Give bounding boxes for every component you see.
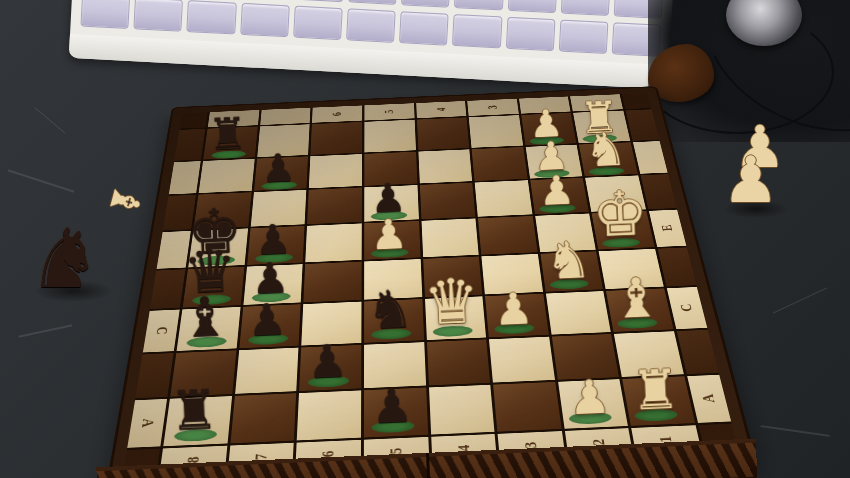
square-d6	[304, 261, 362, 302]
square-b7	[235, 347, 299, 394]
square-g8	[199, 159, 255, 194]
file-label: A	[675, 385, 744, 412]
square-f4	[420, 183, 476, 219]
square-d2	[540, 251, 603, 292]
left-border-cell-a: A	[127, 399, 167, 448]
square-h5	[364, 120, 415, 153]
square-h2	[521, 113, 576, 145]
square-g7	[254, 156, 308, 191]
square-c3	[485, 294, 548, 337]
top-border-cell-8	[208, 110, 259, 127]
square-f6	[307, 188, 362, 225]
file-label: E	[638, 217, 698, 238]
square-c6	[302, 302, 362, 346]
square-d8	[183, 266, 245, 307]
square-b4	[427, 339, 491, 385]
square-e7	[247, 226, 305, 265]
left-border-cell-g	[169, 161, 201, 195]
square-h8	[203, 127, 257, 160]
frame-corner	[180, 112, 208, 128]
left-border-cell-h	[174, 129, 205, 161]
square-e5	[364, 221, 420, 260]
square-b6	[299, 345, 361, 392]
square-f8	[194, 192, 252, 229]
square-d5	[364, 259, 422, 300]
square-e6	[305, 223, 361, 262]
top-border-cell-3: 3	[467, 99, 518, 116]
square-h4	[417, 117, 470, 150]
left-border-cell-f	[163, 195, 196, 231]
top-border-cell-1	[570, 94, 623, 111]
captured-white-pawn: ♟	[722, 148, 779, 212]
square-g4	[418, 149, 472, 183]
square-e4	[421, 218, 479, 257]
top-border-cell-4: 4	[416, 101, 467, 118]
square-g1	[579, 142, 638, 176]
square-d4	[423, 256, 483, 297]
top-border-cell-5: 5	[364, 103, 414, 120]
square-b5	[364, 342, 426, 388]
top-border-cell-6: 6	[312, 105, 362, 122]
square-c2	[546, 291, 611, 334]
scene: 6543ECCAA87654321 ♜♝♛♚♜♟♟♟♟♟♟♞♟♟♛♟♟♞♟♟♟♜…	[0, 0, 850, 478]
left-border-cell-d	[150, 269, 185, 309]
square-c4	[425, 296, 487, 340]
board-grid: 6543ECCAA87654321	[123, 93, 739, 476]
square-f1	[585, 176, 646, 212]
left-border-cell-b	[135, 353, 173, 399]
file-label: C	[655, 296, 719, 320]
square-f5	[364, 185, 418, 221]
square-d3	[481, 254, 542, 295]
top-border-cell-7	[260, 108, 311, 125]
captured-black-knight: ♞	[28, 218, 102, 300]
square-h1	[573, 111, 630, 143]
square-c8	[177, 307, 241, 351]
square-c7	[239, 304, 301, 348]
square-f3	[475, 180, 532, 216]
board-area: 6543ECCAA87654321 ♜♝♛♚♜♟♟♟♟♟♟♞♟♟♛♟♟♞♟♟♟♜…	[0, 0, 850, 478]
square-h7	[257, 124, 310, 157]
square-h3	[469, 115, 523, 148]
square-b1	[614, 331, 684, 377]
square-d7	[243, 264, 303, 305]
keyboard-keycap	[295, 0, 344, 2]
square-g5	[364, 152, 417, 186]
chess-board: 6543ECCAA87654321 ♜♝♛♚♜♟♟♟♟♟♟♞♟♟♛♟♟♞♟♟♟♜…	[109, 87, 752, 478]
square-g6	[309, 154, 362, 189]
left-border-cell-e	[157, 231, 191, 269]
square-g2	[525, 144, 582, 178]
square-b3	[489, 337, 555, 383]
square-d1	[599, 248, 664, 289]
square-g3	[472, 147, 528, 181]
square-h6	[311, 122, 362, 155]
square-e8	[188, 228, 248, 267]
square-b2	[552, 334, 620, 380]
square-e3	[478, 216, 537, 254]
square-f7	[250, 190, 306, 227]
square-c5	[364, 299, 424, 343]
square-b8	[170, 350, 236, 397]
square-e2	[535, 213, 596, 251]
square-f2	[530, 178, 589, 214]
top-border-cell-2	[519, 96, 571, 113]
left-border-cell-c: C	[143, 310, 180, 353]
frame-corner	[622, 93, 651, 109]
